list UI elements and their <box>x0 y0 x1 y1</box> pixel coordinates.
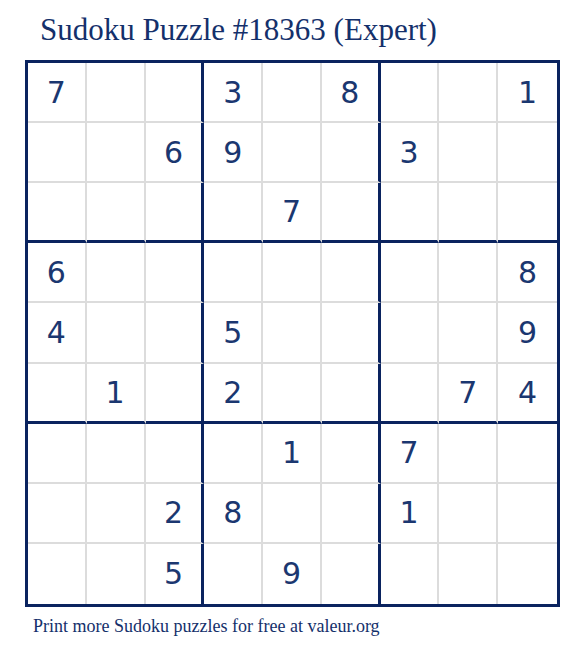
cell-r7c2[interactable] <box>87 424 146 484</box>
cell-r6c5[interactable] <box>263 364 322 424</box>
cell-r6c7[interactable] <box>381 364 440 424</box>
cell-r4c9-given[interactable]: 8 <box>498 243 557 303</box>
cell-r3c4[interactable] <box>204 183 263 243</box>
cell-r8c7-given[interactable]: 1 <box>381 484 440 544</box>
sudoku-board: 738169376845912741728159 <box>25 60 560 607</box>
cell-r9c7[interactable] <box>381 544 440 604</box>
cell-r1c9-given[interactable]: 1 <box>498 63 557 123</box>
cell-r3c3[interactable] <box>146 183 205 243</box>
cell-r9c6[interactable] <box>322 544 381 604</box>
page-title: Sudoku Puzzle #18363 (Expert) <box>40 12 437 48</box>
cell-r7c8[interactable] <box>439 424 498 484</box>
cell-r2c5[interactable] <box>263 123 322 183</box>
cell-r8c9[interactable] <box>498 484 557 544</box>
cell-r4c7[interactable] <box>381 243 440 303</box>
cell-r5c5[interactable] <box>263 303 322 363</box>
cell-r4c1-given[interactable]: 6 <box>28 243 87 303</box>
cell-r1c1-given[interactable]: 7 <box>28 63 87 123</box>
cell-r3c7[interactable] <box>381 183 440 243</box>
cell-r5c7[interactable] <box>381 303 440 363</box>
cell-r8c2[interactable] <box>87 484 146 544</box>
cell-r2c2[interactable] <box>87 123 146 183</box>
cell-r1c4-given[interactable]: 3 <box>204 63 263 123</box>
cell-r8c4-given[interactable]: 8 <box>204 484 263 544</box>
cell-r7c5-given[interactable]: 1 <box>263 424 322 484</box>
cell-r3c1[interactable] <box>28 183 87 243</box>
cell-r6c3[interactable] <box>146 364 205 424</box>
cell-r8c1[interactable] <box>28 484 87 544</box>
cell-r5c4-given[interactable]: 5 <box>204 303 263 363</box>
cell-r3c6[interactable] <box>322 183 381 243</box>
cell-r4c8[interactable] <box>439 243 498 303</box>
cell-r6c2-given[interactable]: 1 <box>87 364 146 424</box>
cell-r3c9[interactable] <box>498 183 557 243</box>
cell-r9c8[interactable] <box>439 544 498 604</box>
cell-r6c8-given[interactable]: 7 <box>439 364 498 424</box>
cell-r4c6[interactable] <box>322 243 381 303</box>
cell-r2c8[interactable] <box>439 123 498 183</box>
cell-r1c6-given[interactable]: 8 <box>322 63 381 123</box>
cell-r7c3[interactable] <box>146 424 205 484</box>
cell-r1c2[interactable] <box>87 63 146 123</box>
cell-r1c3[interactable] <box>146 63 205 123</box>
cell-r9c2[interactable] <box>87 544 146 604</box>
cell-r8c5[interactable] <box>263 484 322 544</box>
cell-r8c3-given[interactable]: 2 <box>146 484 205 544</box>
cell-r3c5-given[interactable]: 7 <box>263 183 322 243</box>
cell-r5c3[interactable] <box>146 303 205 363</box>
cell-r2c7-given[interactable]: 3 <box>381 123 440 183</box>
cell-r4c5[interactable] <box>263 243 322 303</box>
cell-r4c4[interactable] <box>204 243 263 303</box>
cell-r9c9[interactable] <box>498 544 557 604</box>
cell-r7c7-given[interactable]: 7 <box>381 424 440 484</box>
cell-r1c5[interactable] <box>263 63 322 123</box>
cell-r9c1[interactable] <box>28 544 87 604</box>
cell-r5c9-given[interactable]: 9 <box>498 303 557 363</box>
cell-r4c3[interactable] <box>146 243 205 303</box>
cell-r7c4[interactable] <box>204 424 263 484</box>
cell-r9c5-given[interactable]: 9 <box>263 544 322 604</box>
cell-r7c1[interactable] <box>28 424 87 484</box>
cell-r8c8[interactable] <box>439 484 498 544</box>
cell-r6c4-given[interactable]: 2 <box>204 364 263 424</box>
cell-r2c3-given[interactable]: 6 <box>146 123 205 183</box>
cell-r9c3-given[interactable]: 5 <box>146 544 205 604</box>
cell-r7c9[interactable] <box>498 424 557 484</box>
cell-r3c8[interactable] <box>439 183 498 243</box>
cell-r4c2[interactable] <box>87 243 146 303</box>
cell-r5c1-given[interactable]: 4 <box>28 303 87 363</box>
cell-r8c6[interactable] <box>322 484 381 544</box>
cell-r5c6[interactable] <box>322 303 381 363</box>
cell-r5c2[interactable] <box>87 303 146 363</box>
cell-r1c7[interactable] <box>381 63 440 123</box>
cell-r6c9-given[interactable]: 4 <box>498 364 557 424</box>
cell-r2c1[interactable] <box>28 123 87 183</box>
cell-r2c9[interactable] <box>498 123 557 183</box>
footer-text: Print more Sudoku puzzles for free at va… <box>33 616 380 637</box>
cell-r3c2[interactable] <box>87 183 146 243</box>
cell-r7c6[interactable] <box>322 424 381 484</box>
cell-r6c1[interactable] <box>28 364 87 424</box>
sudoku-print-page: Sudoku Puzzle #18363 (Expert) 7381693768… <box>0 0 580 651</box>
cell-r6c6[interactable] <box>322 364 381 424</box>
cell-r5c8[interactable] <box>439 303 498 363</box>
cell-r2c6[interactable] <box>322 123 381 183</box>
cell-r1c8[interactable] <box>439 63 498 123</box>
cell-r9c4[interactable] <box>204 544 263 604</box>
cell-r2c4-given[interactable]: 9 <box>204 123 263 183</box>
